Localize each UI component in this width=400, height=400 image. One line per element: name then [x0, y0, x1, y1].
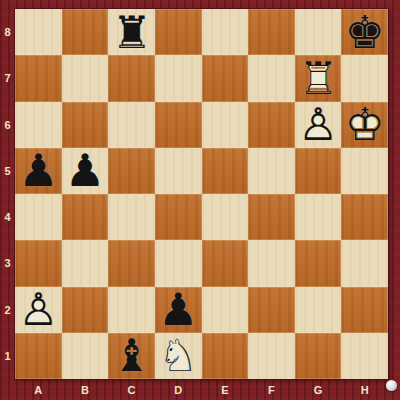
square-c2[interactable]	[108, 287, 155, 333]
square-c3[interactable]	[108, 240, 155, 286]
square-c8[interactable]: ♜	[108, 9, 155, 55]
square-a7[interactable]	[15, 55, 62, 101]
square-b4[interactable]	[62, 194, 109, 240]
file-label: E	[202, 379, 249, 400]
square-c7[interactable]	[108, 55, 155, 101]
square-b3[interactable]	[62, 240, 109, 286]
square-g6[interactable]: ♟♙	[295, 102, 342, 148]
white-to-move-indicator	[386, 380, 397, 391]
piece-glyph-outline: ♔	[345, 102, 385, 147]
square-b8[interactable]	[62, 9, 109, 55]
square-h1[interactable]	[341, 333, 388, 379]
square-g4[interactable]	[295, 194, 342, 240]
file-label: F	[248, 379, 295, 400]
file-label: A	[15, 379, 62, 400]
square-f8[interactable]	[248, 9, 295, 55]
square-a5[interactable]: ♟	[15, 148, 62, 194]
file-label: B	[62, 379, 109, 400]
square-b2[interactable]	[62, 287, 109, 333]
square-b5[interactable]: ♟	[62, 148, 109, 194]
square-a3[interactable]	[15, 240, 62, 286]
square-b1[interactable]	[62, 333, 109, 379]
file-label: C	[108, 379, 155, 400]
square-d5[interactable]	[155, 148, 202, 194]
square-g3[interactable]	[295, 240, 342, 286]
square-a2[interactable]: ♟♙	[15, 287, 62, 333]
file-label: D	[155, 379, 202, 400]
piece-black-pawn[interactable]: ♟	[15, 148, 62, 194]
square-f2[interactable]	[248, 287, 295, 333]
rank-label: 3	[0, 240, 15, 286]
square-e2[interactable]	[202, 287, 249, 333]
square-c5[interactable]	[108, 148, 155, 194]
square-e5[interactable]	[202, 148, 249, 194]
square-a4[interactable]	[15, 194, 62, 240]
square-h8[interactable]: ♚	[341, 9, 388, 55]
square-f4[interactable]	[248, 194, 295, 240]
piece-black-pawn[interactable]: ♟	[155, 287, 202, 333]
square-d2[interactable]: ♟	[155, 287, 202, 333]
square-g7[interactable]: ♜♖	[295, 55, 342, 101]
file-label: H	[341, 379, 388, 400]
chessboard-widget: 87654321 ABCDEFGH ♜♚♜♖♟♙♚♔♟♟♟♙♟♝♞♘	[0, 0, 400, 400]
square-g1[interactable]	[295, 333, 342, 379]
square-e7[interactable]	[202, 55, 249, 101]
square-h6[interactable]: ♚♔	[341, 102, 388, 148]
file-label: G	[295, 379, 342, 400]
square-c4[interactable]	[108, 194, 155, 240]
rank-label: 8	[0, 9, 15, 55]
square-a8[interactable]	[15, 9, 62, 55]
piece-glyph-outline: ♖	[298, 56, 338, 101]
square-e3[interactable]	[202, 240, 249, 286]
square-d6[interactable]	[155, 102, 202, 148]
square-e6[interactable]	[202, 102, 249, 148]
square-h2[interactable]	[341, 287, 388, 333]
piece-glyph-outline: ♙	[18, 287, 58, 332]
piece-white-pawn[interactable]: ♟♙	[295, 102, 342, 148]
square-e1[interactable]	[202, 333, 249, 379]
rank-labels: 87654321	[0, 9, 15, 379]
rank-label: 5	[0, 148, 15, 194]
chessboard: ♜♚♜♖♟♙♚♔♟♟♟♙♟♝♞♘	[15, 9, 388, 379]
square-f6[interactable]	[248, 102, 295, 148]
rank-label: 2	[0, 287, 15, 333]
piece-black-rook[interactable]: ♜	[108, 9, 155, 55]
square-d3[interactable]	[155, 240, 202, 286]
square-c6[interactable]	[108, 102, 155, 148]
piece-black-king[interactable]: ♚	[341, 9, 388, 55]
square-h3[interactable]	[341, 240, 388, 286]
file-labels: ABCDEFGH	[15, 379, 388, 400]
square-g8[interactable]	[295, 9, 342, 55]
square-h5[interactable]	[341, 148, 388, 194]
square-a1[interactable]	[15, 333, 62, 379]
piece-white-pawn[interactable]: ♟♙	[15, 287, 62, 333]
square-f3[interactable]	[248, 240, 295, 286]
rank-label: 1	[0, 333, 15, 379]
piece-black-bishop[interactable]: ♝	[108, 333, 155, 379]
square-d8[interactable]	[155, 9, 202, 55]
square-a6[interactable]	[15, 102, 62, 148]
square-e4[interactable]	[202, 194, 249, 240]
square-g2[interactable]	[295, 287, 342, 333]
square-h4[interactable]	[341, 194, 388, 240]
square-c1[interactable]: ♝	[108, 333, 155, 379]
square-d7[interactable]	[155, 55, 202, 101]
piece-white-rook[interactable]: ♜♖	[295, 55, 342, 101]
rank-label: 6	[0, 102, 15, 148]
square-b6[interactable]	[62, 102, 109, 148]
square-f5[interactable]	[248, 148, 295, 194]
piece-black-pawn[interactable]: ♟	[62, 148, 109, 194]
square-b7[interactable]	[62, 55, 109, 101]
square-d1[interactable]: ♞♘	[155, 333, 202, 379]
piece-glyph-outline: ♘	[158, 333, 198, 378]
square-g5[interactable]	[295, 148, 342, 194]
square-f1[interactable]	[248, 333, 295, 379]
square-f7[interactable]	[248, 55, 295, 101]
square-h7[interactable]	[341, 55, 388, 101]
piece-glyph-outline: ♙	[298, 102, 338, 147]
rank-label: 7	[0, 55, 15, 101]
piece-white-king[interactable]: ♚♔	[341, 102, 388, 148]
square-e8[interactable]	[202, 9, 249, 55]
rank-label: 4	[0, 194, 15, 240]
piece-white-knight[interactable]: ♞♘	[155, 333, 202, 379]
square-d4[interactable]	[155, 194, 202, 240]
